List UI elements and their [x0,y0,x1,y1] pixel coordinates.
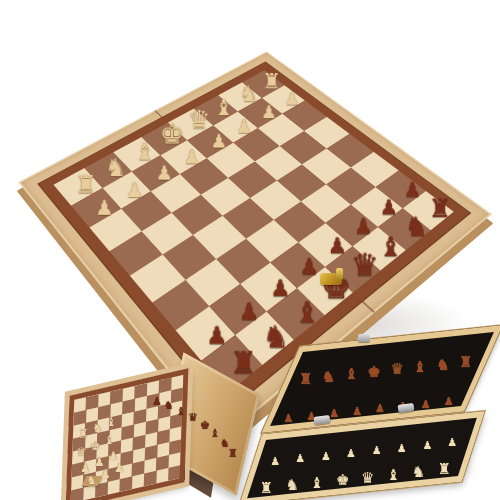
mini-piece-white-king: ♚ [90,440,101,452]
product-photo-page: { "game": "chess", "product": { "type": … [0,0,500,500]
mini-piece-black-rook: ♜ [228,448,238,459]
mini-piece-white-rook: ♜ [78,428,89,440]
stored-piece-white-knight: ♞ [285,479,298,494]
clasp-icon [358,334,370,342]
mini-piece-black-pawn: ♟ [152,396,162,407]
stored-piece-white-pawn: ♟ [372,445,382,456]
mini-piece-black-bishop: ♝ [176,406,186,417]
stored-piece-white-queen: ♛ [361,471,374,486]
stored-piece-white-pawn: ♟ [296,453,306,464]
mini-piece-white-knight: ♞ [86,474,97,486]
stored-piece-white-pawn: ♟ [422,440,432,451]
folded-board-photo: ♜♞♝♛♚♝♟♟♟♞♟♟ ♟♞♝♛♚♝♞♜ [56,368,258,496]
latch-hook [336,268,343,280]
stored-piece-black-pawn: ♟ [329,408,339,419]
stored-piece-black-bishop: ♝ [344,367,357,382]
stored-piece-black-knight: ♞ [436,358,449,373]
mini-piece-white-pawn: ♟ [100,468,111,480]
stored-piece-black-knight: ♞ [322,370,335,385]
stored-piece-black-rook: ♜ [299,372,312,387]
stored-piece-black-bishop: ♝ [413,360,426,375]
mini-piece-black-bishop: ♝ [210,428,220,439]
stored-piece-black-pawn: ♟ [443,396,453,407]
stored-piece-black-pawn: ♟ [375,403,385,414]
mini-piece-white-pawn: ♟ [114,462,125,474]
mini-piece-black-knight: ♞ [164,400,174,411]
stored-piece-white-bishop: ♝ [386,468,399,483]
stored-piece-white-knight: ♞ [412,465,425,480]
mini-piece-white-queen: ♛ [76,446,87,458]
stored-piece-white-rook: ♜ [260,481,273,496]
stored-piece-black-pawn: ♟ [283,413,293,424]
mini-piece-white-bishop: ♝ [106,416,117,428]
stored-piece-black-pawn: ♟ [420,399,430,410]
stored-piece-black-queen: ♛ [390,362,403,377]
brass-latch-icon [318,268,348,288]
mini-piece-black-king: ♚ [200,420,210,431]
storage-box-photo: ♜♞♝♚♛♝♞♜ ♟♟♟♟♟♟♟♟ ♟♟♟♟♟♟♟♟ ♜♞♝♚♛♝♞♜ [242,334,500,498]
stored-piece-white-pawn: ♟ [397,443,407,454]
stored-piece-white-pawn: ♟ [270,456,280,467]
stored-piece-white-rook: ♜ [437,463,450,478]
stored-piece-white-pawn: ♟ [346,448,356,459]
piece-white-pawn: ♟ [86,198,123,219]
stored-piece-white-bishop: ♝ [310,476,323,491]
stored-piece-white-king: ♚ [336,473,349,488]
stored-piece-white-pawn: ♟ [448,437,458,448]
stored-piece-black-rook: ♜ [459,355,472,370]
mini-piece-black-queen: ♛ [188,412,198,423]
stored-piece-black-king: ♚ [367,365,380,380]
piece-white-rook: ♜ [67,172,103,197]
mini-piece-white-bishop: ♝ [104,434,115,446]
mini-piece-white-knight: ♞ [92,422,103,434]
stored-piece-black-pawn: ♟ [352,406,362,417]
piece-black-pawn: ♟ [195,323,238,347]
stored-piece-white-pawn: ♟ [321,451,331,462]
